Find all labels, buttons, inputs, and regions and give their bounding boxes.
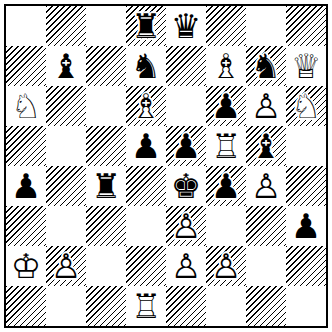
white-pawn: ♟♙ [166, 246, 206, 286]
square-d7: ♞♞ [126, 46, 166, 86]
square-c5 [86, 126, 126, 166]
black-bishop: ♝♝ [246, 126, 286, 166]
square-f2: ♟♙ [206, 246, 246, 286]
square-g7: ♞♞ [246, 46, 286, 86]
square-f8 [206, 6, 246, 46]
black-pawn: ♟♟ [6, 166, 46, 206]
diagram-frame: ♜♜♛♛♝♝♞♞♝♗♞♞♛♕♞♘♝♗♟♟♟♙♞♘♟♟♟♟♜♖♝♝♟♟♜♜♚♚♟♟… [4, 4, 328, 328]
square-c6 [86, 86, 126, 126]
black-pawn: ♟♟ [286, 206, 326, 246]
square-g8 [246, 6, 286, 46]
square-d8: ♜♜ [126, 6, 166, 46]
square-e6 [166, 86, 206, 126]
black-pawn: ♟♟ [126, 126, 166, 166]
square-e3: ♟♙ [166, 206, 206, 246]
square-d5: ♟♟ [126, 126, 166, 166]
white-bishop: ♝♗ [126, 86, 166, 126]
chess-board: ♜♜♛♛♝♝♞♞♝♗♞♞♛♕♞♘♝♗♟♟♟♙♞♘♟♟♟♟♜♖♝♝♟♟♜♜♚♚♟♟… [6, 6, 326, 326]
square-g3 [246, 206, 286, 246]
square-e1 [166, 286, 206, 326]
square-c3 [86, 206, 126, 246]
square-d4 [126, 166, 166, 206]
white-pawn: ♟♙ [246, 166, 286, 206]
black-knight: ♞♞ [126, 46, 166, 86]
black-rook: ♜♜ [126, 6, 166, 46]
square-h6: ♞♘ [286, 86, 326, 126]
square-a6: ♞♘ [6, 86, 46, 126]
square-g1 [246, 286, 286, 326]
white-rook: ♜♖ [126, 286, 166, 326]
square-f7: ♝♗ [206, 46, 246, 86]
square-b5 [46, 126, 86, 166]
black-rook: ♜♜ [86, 166, 126, 206]
square-c8 [86, 6, 126, 46]
square-d3 [126, 206, 166, 246]
black-queen: ♛♛ [166, 6, 206, 46]
white-pawn: ♟♙ [206, 246, 246, 286]
square-g6: ♟♙ [246, 86, 286, 126]
square-b4 [46, 166, 86, 206]
square-e4: ♚♚ [166, 166, 206, 206]
black-pawn: ♟♟ [166, 126, 206, 166]
square-h5 [286, 126, 326, 166]
square-h7: ♛♕ [286, 46, 326, 86]
square-d6: ♝♗ [126, 86, 166, 126]
square-f4: ♟♟ [206, 166, 246, 206]
square-c7 [86, 46, 126, 86]
square-b8 [46, 6, 86, 46]
white-knight: ♞♘ [6, 86, 46, 126]
square-g2 [246, 246, 286, 286]
square-f3 [206, 206, 246, 246]
white-queen: ♛♕ [286, 46, 326, 86]
square-c2 [86, 246, 126, 286]
black-knight: ♞♞ [246, 46, 286, 86]
black-pawn: ♟♟ [206, 86, 246, 126]
square-f5: ♜♖ [206, 126, 246, 166]
white-bishop: ♝♗ [206, 46, 246, 86]
square-b2: ♟♙ [46, 246, 86, 286]
square-d2 [126, 246, 166, 286]
square-e2: ♟♙ [166, 246, 206, 286]
square-a1 [6, 286, 46, 326]
square-e7 [166, 46, 206, 86]
square-g4: ♟♙ [246, 166, 286, 206]
square-a2: ♚♔ [6, 246, 46, 286]
square-b7: ♝♝ [46, 46, 86, 86]
square-h3: ♟♟ [286, 206, 326, 246]
square-h1 [286, 286, 326, 326]
black-pawn: ♟♟ [206, 166, 246, 206]
square-b3 [46, 206, 86, 246]
white-pawn: ♟♙ [246, 86, 286, 126]
square-b1 [46, 286, 86, 326]
black-king: ♚♚ [166, 166, 206, 206]
square-h8 [286, 6, 326, 46]
square-a4: ♟♟ [6, 166, 46, 206]
white-king: ♚♔ [6, 246, 46, 286]
square-h4 [286, 166, 326, 206]
square-e8: ♛♛ [166, 6, 206, 46]
square-f1 [206, 286, 246, 326]
square-e5: ♟♟ [166, 126, 206, 166]
square-c4: ♜♜ [86, 166, 126, 206]
square-b6 [46, 86, 86, 126]
square-a5 [6, 126, 46, 166]
white-rook: ♜♖ [206, 126, 246, 166]
square-d1: ♜♖ [126, 286, 166, 326]
black-bishop: ♝♝ [46, 46, 86, 86]
white-pawn: ♟♙ [166, 206, 206, 246]
square-a8 [6, 6, 46, 46]
square-h2 [286, 246, 326, 286]
white-pawn: ♟♙ [46, 246, 86, 286]
square-a3 [6, 206, 46, 246]
square-c1 [86, 286, 126, 326]
square-g5: ♝♝ [246, 126, 286, 166]
white-knight: ♞♘ [286, 86, 326, 126]
square-a7 [6, 46, 46, 86]
square-f6: ♟♟ [206, 86, 246, 126]
